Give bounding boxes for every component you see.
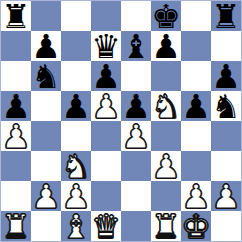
square-e7[interactable]: ♝ — [121, 31, 151, 61]
square-g8[interactable] — [181, 1, 211, 31]
square-d3[interactable] — [91, 151, 121, 181]
square-f5[interactable]: ♞ — [151, 91, 181, 121]
black-pawn-piece[interactable]: ♟ — [151, 31, 181, 61]
white-king-piece[interactable]: ♚ — [181, 211, 211, 241]
black-king-piece[interactable]: ♚ — [151, 1, 181, 31]
square-a5[interactable]: ♟ — [1, 91, 31, 121]
black-rook-piece[interactable]: ♜ — [211, 1, 241, 31]
square-e8[interactable] — [121, 1, 151, 31]
square-b6[interactable]: ♞ — [31, 61, 61, 91]
square-d7[interactable]: ♛ — [91, 31, 121, 61]
white-pawn-piece[interactable]: ♟ — [211, 181, 241, 211]
white-pawn-piece[interactable]: ♟ — [121, 121, 151, 151]
chess-board: ♜♚♜♟♛♝♟♞♟♟♟♟♟♟♞♟♞♟♟♞♟♟♟♟♟♜♝♛♜♚ — [0, 0, 242, 242]
square-e4[interactable]: ♟ — [121, 121, 151, 151]
square-f3[interactable]: ♟ — [151, 151, 181, 181]
square-a2[interactable] — [1, 181, 31, 211]
square-c8[interactable] — [61, 1, 91, 31]
white-queen-piece[interactable]: ♛ — [91, 211, 121, 241]
square-b4[interactable] — [31, 121, 61, 151]
square-d6[interactable]: ♟ — [91, 61, 121, 91]
square-f7[interactable]: ♟ — [151, 31, 181, 61]
black-knight-piece[interactable]: ♞ — [31, 61, 61, 91]
white-bishop-piece[interactable]: ♝ — [61, 211, 91, 241]
black-queen-piece[interactable]: ♛ — [91, 31, 121, 61]
white-knight-piece[interactable]: ♞ — [61, 151, 91, 181]
white-rook-piece[interactable]: ♜ — [151, 211, 181, 241]
square-h5[interactable]: ♞ — [211, 91, 241, 121]
black-pawn-piece[interactable]: ♟ — [91, 61, 121, 91]
white-rook-piece[interactable]: ♜ — [1, 211, 31, 241]
square-g6[interactable] — [181, 61, 211, 91]
square-h8[interactable]: ♜ — [211, 1, 241, 31]
square-a3[interactable] — [1, 151, 31, 181]
square-h3[interactable] — [211, 151, 241, 181]
square-d2[interactable] — [91, 181, 121, 211]
square-e1[interactable] — [121, 211, 151, 241]
square-e5[interactable]: ♟ — [121, 91, 151, 121]
square-b3[interactable] — [31, 151, 61, 181]
square-e3[interactable] — [121, 151, 151, 181]
square-h6[interactable]: ♟ — [211, 61, 241, 91]
black-bishop-piece[interactable]: ♝ — [121, 31, 151, 61]
black-pawn-piece[interactable]: ♟ — [1, 91, 31, 121]
black-pawn-piece[interactable]: ♟ — [61, 91, 91, 121]
white-pawn-piece[interactable]: ♟ — [181, 181, 211, 211]
square-g1[interactable]: ♚ — [181, 211, 211, 241]
square-g2[interactable]: ♟ — [181, 181, 211, 211]
square-b2[interactable]: ♟ — [31, 181, 61, 211]
square-a7[interactable] — [1, 31, 31, 61]
square-e2[interactable] — [121, 181, 151, 211]
square-f4[interactable] — [151, 121, 181, 151]
square-h4[interactable] — [211, 121, 241, 151]
white-pawn-piece[interactable]: ♟ — [61, 181, 91, 211]
white-pawn-piece[interactable]: ♟ — [151, 151, 181, 181]
black-pawn-piece[interactable]: ♟ — [181, 91, 211, 121]
square-c6[interactable] — [61, 61, 91, 91]
square-c5[interactable]: ♟ — [61, 91, 91, 121]
square-f8[interactable]: ♚ — [151, 1, 181, 31]
square-h1[interactable] — [211, 211, 241, 241]
square-b7[interactable]: ♟ — [31, 31, 61, 61]
black-knight-piece[interactable]: ♞ — [211, 91, 241, 121]
white-pawn-piece[interactable]: ♟ — [1, 121, 31, 151]
white-pawn-piece[interactable]: ♟ — [91, 91, 121, 121]
black-pawn-piece[interactable]: ♟ — [211, 61, 241, 91]
square-d8[interactable] — [91, 1, 121, 31]
square-c2[interactable]: ♟ — [61, 181, 91, 211]
square-a1[interactable]: ♜ — [1, 211, 31, 241]
square-c3[interactable]: ♞ — [61, 151, 91, 181]
square-a4[interactable]: ♟ — [1, 121, 31, 151]
square-a8[interactable]: ♜ — [1, 1, 31, 31]
square-g5[interactable]: ♟ — [181, 91, 211, 121]
square-g7[interactable] — [181, 31, 211, 61]
white-knight-piece[interactable]: ♞ — [151, 91, 181, 121]
square-h2[interactable]: ♟ — [211, 181, 241, 211]
square-g3[interactable] — [181, 151, 211, 181]
square-f2[interactable] — [151, 181, 181, 211]
square-d5[interactable]: ♟ — [91, 91, 121, 121]
square-c4[interactable] — [61, 121, 91, 151]
black-rook-piece[interactable]: ♜ — [1, 1, 31, 31]
square-h7[interactable] — [211, 31, 241, 61]
square-b1[interactable] — [31, 211, 61, 241]
black-pawn-piece[interactable]: ♟ — [31, 31, 61, 61]
black-pawn-piece[interactable]: ♟ — [121, 91, 151, 121]
square-b8[interactable] — [31, 1, 61, 31]
square-c1[interactable]: ♝ — [61, 211, 91, 241]
square-d4[interactable] — [91, 121, 121, 151]
square-d1[interactable]: ♛ — [91, 211, 121, 241]
white-pawn-piece[interactable]: ♟ — [31, 181, 61, 211]
chess-board-container: ♜♚♜♟♛♝♟♞♟♟♟♟♟♟♞♟♞♟♟♞♟♟♟♟♟♜♝♛♜♚ — [0, 0, 242, 242]
square-e6[interactable] — [121, 61, 151, 91]
square-a6[interactable] — [1, 61, 31, 91]
square-b5[interactable] — [31, 91, 61, 121]
square-f1[interactable]: ♜ — [151, 211, 181, 241]
square-f6[interactable] — [151, 61, 181, 91]
square-c7[interactable] — [61, 31, 91, 61]
square-g4[interactable] — [181, 121, 211, 151]
